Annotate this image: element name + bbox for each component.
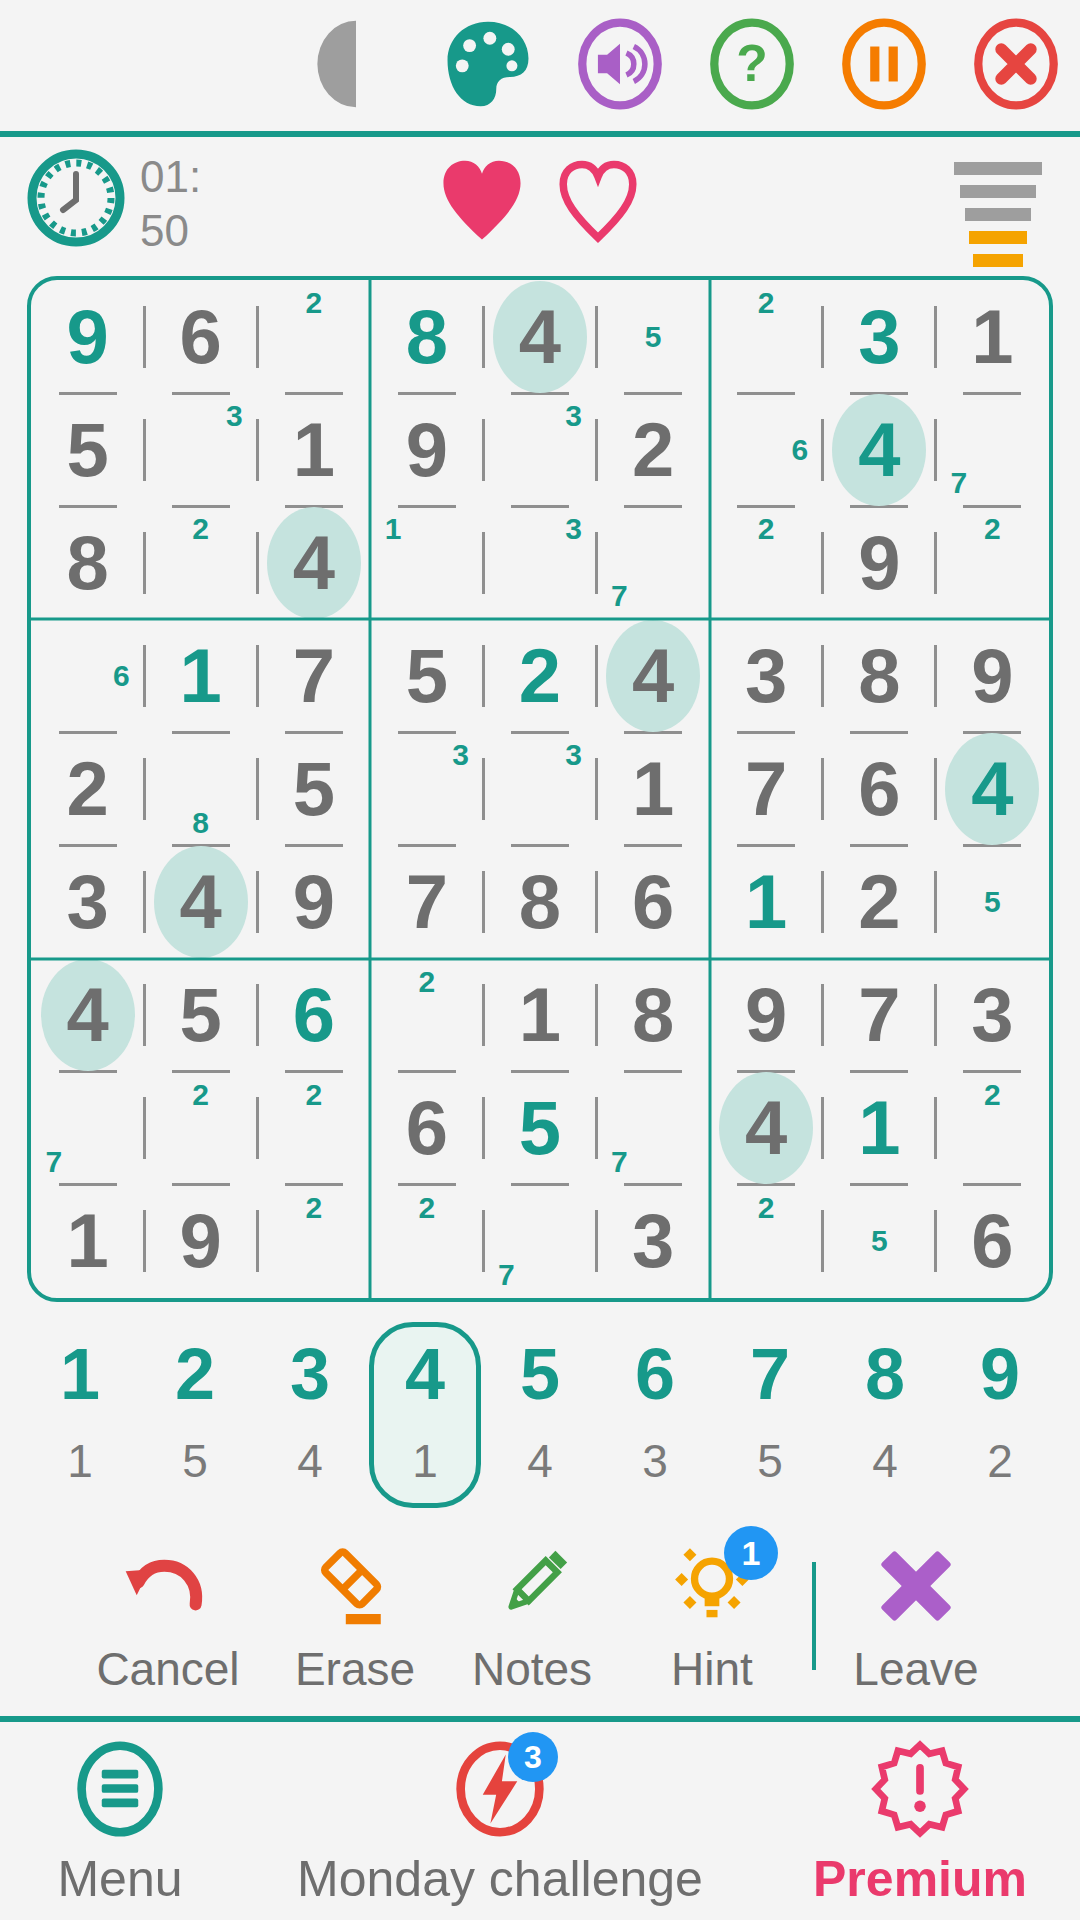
- note-digit: 2: [749, 512, 783, 546]
- pencil-notes: 5: [942, 852, 1043, 953]
- pencil-notes: 8: [150, 738, 251, 839]
- cell-r7c8[interactable]: 7: [823, 959, 936, 1072]
- cell-r3c4[interactable]: 1: [370, 506, 483, 619]
- cell-r2c3[interactable]: 1: [257, 393, 370, 506]
- keypad-digit-label: 8: [865, 1335, 905, 1413]
- note-digit: 2: [184, 1078, 218, 1112]
- sudoku-app-screen: ? 01:50: [0, 0, 1080, 1920]
- given-digit: 9: [180, 1203, 222, 1279]
- cell-r6c7[interactable]: 1: [710, 846, 823, 959]
- pencil-notes: 3: [489, 738, 590, 839]
- leave-label: Leave: [853, 1642, 978, 1696]
- keypad-digit-label: 3: [290, 1335, 330, 1413]
- cell-r8c7[interactable]: 4: [710, 1072, 823, 1185]
- erase-label: Erase: [295, 1642, 415, 1696]
- toolbar-divider: [812, 1562, 816, 1670]
- note-digit: 2: [749, 1191, 783, 1225]
- difficulty-bar: [954, 162, 1042, 175]
- note-digit: 2: [976, 512, 1010, 546]
- cell-r5c9[interactable]: 4: [936, 732, 1049, 845]
- menu-button[interactable]: Menu: [10, 1740, 230, 1908]
- cell-r3c3[interactable]: 4: [257, 506, 370, 619]
- cell-r3c9[interactable]: 2: [936, 506, 1049, 619]
- given-digit: 6: [180, 299, 222, 375]
- cell-r4c6[interactable]: 4: [597, 619, 710, 732]
- note-digit: 2: [749, 286, 783, 320]
- palette-icon: [442, 14, 534, 114]
- given-digit: 4: [66, 977, 108, 1053]
- difficulty-icon[interactable]: [954, 162, 1042, 277]
- given-digit: 7: [406, 864, 448, 940]
- sound-button[interactable]: [574, 14, 666, 114]
- cell-r7c3[interactable]: 6: [257, 959, 370, 1072]
- note-digit: 3: [557, 738, 591, 772]
- note-digit: 6: [783, 433, 817, 467]
- given-digit: 9: [971, 638, 1013, 714]
- cell-r1c5[interactable]: 4: [483, 280, 596, 393]
- cell-r4c1[interactable]: 6: [31, 619, 144, 732]
- cell-r4c8[interactable]: 8: [823, 619, 936, 732]
- cell-r6c3[interactable]: 9: [257, 846, 370, 959]
- cell-r7c9[interactable]: 3: [936, 959, 1049, 1072]
- cell-r7c1[interactable]: 4: [31, 959, 144, 1072]
- board-grid: 9628452315319326478241372926175243892853…: [31, 280, 1049, 1298]
- cell-r7c6[interactable]: 8: [597, 959, 710, 1072]
- given-digit: 3: [66, 864, 108, 940]
- note-digit: 3: [444, 738, 478, 772]
- given-digit: 6: [632, 864, 674, 940]
- note-digit: 2: [976, 1078, 1010, 1112]
- note-digit: 2: [410, 965, 444, 999]
- given-digit: 1: [66, 1203, 108, 1279]
- note-digit: 2: [297, 1191, 331, 1225]
- note-digit: 2: [410, 1191, 444, 1225]
- given-digit: 5: [406, 638, 448, 714]
- cell-r5c5[interactable]: 3: [483, 732, 596, 845]
- cell-r2c5[interactable]: 3: [483, 393, 596, 506]
- pencil-notes: 5: [603, 286, 704, 387]
- hint-button[interactable]: 1 Hint: [617, 1540, 807, 1696]
- notes-label: Notes: [472, 1642, 592, 1696]
- cell-r7c2[interactable]: 5: [144, 959, 257, 1072]
- cell-r2c2[interactable]: 3: [144, 393, 257, 506]
- cell-r2c7[interactable]: 6: [710, 393, 823, 506]
- leave-button[interactable]: Leave: [821, 1540, 1011, 1696]
- note-digit: 7: [489, 1258, 523, 1292]
- number-pad: 112534415463758492: [24, 1322, 1056, 1508]
- given-digit: 5: [180, 977, 222, 1053]
- keypad-digit-4[interactable]: 41: [369, 1322, 481, 1508]
- keypad-digit-label: 1: [60, 1335, 100, 1413]
- notes-button[interactable]: Notes: [437, 1540, 627, 1696]
- given-digit: 7: [745, 751, 787, 827]
- cell-r4c9[interactable]: 9: [936, 619, 1049, 732]
- challenge-label: Monday challenge: [297, 1850, 703, 1908]
- cell-r8c8[interactable]: 1: [823, 1072, 936, 1185]
- pencil-notes: 2: [716, 512, 817, 613]
- pencil-notes: 3: [489, 399, 590, 500]
- keypad-remaining-count: 4: [872, 1437, 898, 1485]
- cell-r3c1[interactable]: 8: [31, 506, 144, 619]
- given-digit: 7: [293, 638, 335, 714]
- keypad-digit-label: 7: [750, 1335, 790, 1413]
- note-digit: 1: [376, 512, 410, 546]
- note-digit: 2: [297, 1078, 331, 1112]
- difficulty-bar: [960, 185, 1036, 198]
- given-digit: 1: [632, 751, 674, 827]
- given-digit: 4: [745, 1090, 787, 1166]
- cell-r5c4[interactable]: 3: [370, 732, 483, 845]
- keypad-digit-9[interactable]: 92: [944, 1322, 1056, 1508]
- cell-r6c2[interactable]: 4: [144, 846, 257, 959]
- cell-r6c6[interactable]: 6: [597, 846, 710, 959]
- cell-r6c8[interactable]: 2: [823, 846, 936, 959]
- pencil-notes: 2: [716, 1191, 817, 1292]
- cell-r2c6[interactable]: 2: [597, 393, 710, 506]
- difficulty-bar: [973, 254, 1023, 267]
- box-border-horizontal: [31, 618, 1049, 621]
- x-icon: [870, 1540, 962, 1632]
- cell-r9c7[interactable]: 2: [710, 1185, 823, 1298]
- pencil-notes: 2: [942, 1078, 1043, 1179]
- pencil-notes: 1: [376, 512, 477, 613]
- pencil-notes: 2: [376, 965, 477, 1066]
- heart-outline-icon: [551, 150, 645, 258]
- keypad-digit-8[interactable]: 84: [829, 1322, 941, 1508]
- top-toolbar: ?: [310, 14, 1062, 114]
- menu-icon: [72, 1740, 168, 1838]
- cell-r6c1[interactable]: 3: [31, 846, 144, 959]
- given-digit: 4: [519, 299, 561, 375]
- top-divider: [0, 131, 1080, 137]
- menu-label: Menu: [57, 1850, 182, 1908]
- cell-r8c4[interactable]: 6: [370, 1072, 483, 1185]
- cell-r1c2[interactable]: 6: [144, 280, 257, 393]
- challenge-count-badge: 3: [508, 1732, 558, 1782]
- pencil-notes: 3: [376, 738, 477, 839]
- given-digit: 1: [293, 412, 335, 488]
- pencil-notes: 2: [263, 1078, 364, 1179]
- cell-r3c2[interactable]: 2: [144, 506, 257, 619]
- box-border-vertical: [369, 280, 372, 1298]
- cell-r5c8[interactable]: 6: [823, 732, 936, 845]
- help-button[interactable]: ?: [706, 14, 798, 114]
- pause-icon: [838, 14, 930, 114]
- entered-digit: 8: [406, 299, 448, 375]
- keypad-digit-3[interactable]: 34: [254, 1322, 366, 1508]
- cell-r1c1[interactable]: 9: [31, 280, 144, 393]
- cell-r6c9[interactable]: 5: [936, 846, 1049, 959]
- cell-r1c6[interactable]: 5: [597, 280, 710, 393]
- keypad-remaining-count: 2: [987, 1437, 1013, 1485]
- keypad-remaining-count: 1: [412, 1437, 438, 1485]
- cell-r1c9[interactable]: 1: [936, 280, 1049, 393]
- box-border-vertical: [708, 280, 711, 1298]
- given-digit: 6: [406, 1090, 448, 1166]
- given-digit: 4: [632, 638, 674, 714]
- clock-icon: [26, 148, 126, 248]
- cell-r5c6[interactable]: 1: [597, 732, 710, 845]
- cell-r4c3[interactable]: 7: [257, 619, 370, 732]
- pencil-notes: 7: [603, 512, 704, 613]
- premium-starburst-icon: [872, 1740, 968, 1838]
- note-digit: 2: [297, 286, 331, 320]
- cell-r3c6[interactable]: 7: [597, 506, 710, 619]
- keypad-digit-2[interactable]: 25: [139, 1322, 251, 1508]
- given-digit: 3: [971, 977, 1013, 1053]
- pencil-notes: 3: [150, 399, 251, 500]
- challenge-bolt-icon: 3: [452, 1740, 548, 1838]
- given-digit: 2: [858, 864, 900, 940]
- cell-r8c3[interactable]: 2: [257, 1072, 370, 1185]
- given-digit: 9: [406, 412, 448, 488]
- cell-r6c4[interactable]: 7: [370, 846, 483, 959]
- cell-r2c9[interactable]: 7: [936, 393, 1049, 506]
- note-digit: 2: [184, 512, 218, 546]
- note-digit: 7: [603, 579, 637, 613]
- cell-r9c6[interactable]: 3: [597, 1185, 710, 1298]
- entered-digit: 6: [293, 977, 335, 1053]
- timer: 01:50: [26, 148, 201, 258]
- note-digit: 5: [862, 1224, 896, 1258]
- given-digit: 9: [293, 864, 335, 940]
- difficulty-bar: [969, 231, 1027, 244]
- given-digit: 8: [66, 525, 108, 601]
- pencil-notes: 5: [829, 1191, 930, 1292]
- cell-r5c2[interactable]: 8: [144, 732, 257, 845]
- erase-button[interactable]: Erase: [260, 1540, 450, 1696]
- keypad-remaining-count: 5: [182, 1437, 208, 1485]
- cell-r5c3[interactable]: 5: [257, 732, 370, 845]
- hint-count-badge: 1: [724, 1526, 778, 1580]
- entered-digit: 1: [858, 1090, 900, 1166]
- keypad-remaining-count: 1: [67, 1437, 93, 1485]
- given-digit: 4: [293, 525, 335, 601]
- pencil-notes: 2: [263, 1191, 364, 1292]
- keypad-digit-6[interactable]: 63: [599, 1322, 711, 1508]
- pencil-notes: 6: [37, 625, 138, 726]
- hint-label: Hint: [671, 1642, 753, 1696]
- given-digit: 3: [745, 638, 787, 714]
- given-digit: 2: [632, 412, 674, 488]
- undo-icon: [122, 1540, 214, 1632]
- premium-button[interactable]: Premium: [790, 1740, 1050, 1908]
- keypad-remaining-count: 4: [297, 1437, 323, 1485]
- pencil-notes: 2: [942, 512, 1043, 613]
- keypad-digit-1[interactable]: 11: [24, 1322, 136, 1508]
- cell-r2c1[interactable]: 5: [31, 393, 144, 506]
- cell-r1c7[interactable]: 2: [710, 280, 823, 393]
- contrast-button[interactable]: [310, 14, 402, 114]
- pencil-notes: 2: [150, 1078, 251, 1179]
- bottom-divider: [0, 1716, 1080, 1722]
- given-digit: 1: [519, 977, 561, 1053]
- close-button[interactable]: [970, 14, 1062, 114]
- given-digit: 3: [632, 1203, 674, 1279]
- keypad-remaining-count: 3: [642, 1437, 668, 1485]
- palette-button[interactable]: [442, 14, 534, 114]
- keypad-digit-label: 9: [980, 1335, 1020, 1413]
- note-digit: 3: [218, 399, 252, 433]
- entered-digit: 3: [858, 299, 900, 375]
- pencil-notes: 7: [603, 1078, 704, 1179]
- daily-challenge-button[interactable]: 3 Monday challenge: [300, 1740, 700, 1908]
- keypad-digit-5[interactable]: 54: [484, 1322, 596, 1508]
- given-digit: 5: [293, 751, 335, 827]
- given-digit: 9: [858, 525, 900, 601]
- cell-r9c3[interactable]: 2: [257, 1185, 370, 1298]
- given-digit: 2: [66, 751, 108, 827]
- cell-r8c1[interactable]: 7: [31, 1072, 144, 1185]
- speaker-icon: [574, 14, 666, 114]
- keypad-digit-label: 4: [405, 1335, 445, 1413]
- sudoku-board: 9628452315319326478241372926175243892853…: [27, 276, 1053, 1302]
- cancel-label: Cancel: [96, 1642, 239, 1696]
- cell-r4c7[interactable]: 3: [710, 619, 823, 732]
- pencil-notes: 7: [942, 399, 1043, 500]
- given-digit: 8: [858, 638, 900, 714]
- box-border-horizontal: [31, 957, 1049, 960]
- cell-r9c9[interactable]: 6: [936, 1185, 1049, 1298]
- cell-r8c5[interactable]: 5: [483, 1072, 596, 1185]
- difficulty-bar: [965, 208, 1031, 221]
- eraser-icon: [309, 1540, 401, 1632]
- entered-digit: 1: [180, 638, 222, 714]
- cell-r5c7[interactable]: 7: [710, 732, 823, 845]
- entered-digit: 4: [858, 412, 900, 488]
- note-digit: 5: [636, 320, 670, 354]
- cell-r8c6[interactable]: 7: [597, 1072, 710, 1185]
- cell-r9c2[interactable]: 9: [144, 1185, 257, 1298]
- given-digit: 9: [745, 977, 787, 1053]
- heart-filled-icon: [435, 150, 529, 258]
- cell-r8c9[interactable]: 2: [936, 1072, 1049, 1185]
- note-digit: 3: [557, 399, 591, 433]
- cell-r7c4[interactable]: 2: [370, 959, 483, 1072]
- cell-r9c5[interactable]: 7: [483, 1185, 596, 1298]
- lightbulb-icon: 1: [666, 1540, 758, 1632]
- cell-r3c8[interactable]: 9: [823, 506, 936, 619]
- cell-r7c5[interactable]: 1: [483, 959, 596, 1072]
- keypad-remaining-count: 4: [527, 1437, 553, 1485]
- given-digit: 8: [519, 864, 561, 940]
- note-digit: 5: [976, 885, 1010, 919]
- cell-r1c3[interactable]: 2: [257, 280, 370, 393]
- note-digit: 6: [104, 659, 138, 693]
- cell-r8c2[interactable]: 2: [144, 1072, 257, 1185]
- entered-digit: 4: [971, 751, 1013, 827]
- cancel-button[interactable]: Cancel: [73, 1540, 263, 1696]
- cell-r6c5[interactable]: 8: [483, 846, 596, 959]
- given-digit: 7: [858, 977, 900, 1053]
- keypad-digit-label: 5: [520, 1335, 560, 1413]
- entered-digit: 1: [745, 864, 787, 940]
- note-digit: 7: [942, 466, 976, 500]
- cell-r1c8[interactable]: 3: [823, 280, 936, 393]
- pencil-notes: 6: [716, 399, 817, 500]
- premium-label: Premium: [813, 1850, 1027, 1908]
- cell-r9c1[interactable]: 1: [31, 1185, 144, 1298]
- entered-digit: 5: [519, 1090, 561, 1166]
- pencil-icon: [486, 1540, 578, 1632]
- note-digit: 7: [37, 1145, 71, 1179]
- cell-r2c8[interactable]: 4: [823, 393, 936, 506]
- cell-r2c4[interactable]: 9: [370, 393, 483, 506]
- pencil-notes: 7: [37, 1078, 138, 1179]
- cell-r3c7[interactable]: 2: [710, 506, 823, 619]
- pencil-notes: 2: [716, 286, 817, 387]
- close-icon: [970, 14, 1062, 114]
- cell-r7c7[interactable]: 9: [710, 959, 823, 1072]
- cell-r1c4[interactable]: 8: [370, 280, 483, 393]
- cell-r4c4[interactable]: 5: [370, 619, 483, 732]
- cell-r5c1[interactable]: 2: [31, 732, 144, 845]
- pencil-notes: 2: [376, 1191, 477, 1292]
- pencil-notes: 2: [263, 286, 364, 387]
- entered-digit: 2: [519, 638, 561, 714]
- keypad-remaining-count: 5: [757, 1437, 783, 1485]
- given-digit: 6: [858, 751, 900, 827]
- note-digit: 8: [184, 806, 218, 840]
- cell-r9c8[interactable]: 5: [823, 1185, 936, 1298]
- pause-button[interactable]: [838, 14, 930, 114]
- question-icon: ?: [706, 14, 798, 114]
- note-digit: 3: [557, 512, 591, 546]
- cell-r4c2[interactable]: 1: [144, 619, 257, 732]
- cell-r3c5[interactable]: 3: [483, 506, 596, 619]
- note-digit: 7: [603, 1145, 637, 1179]
- cell-r9c4[interactable]: 2: [370, 1185, 483, 1298]
- lives: [435, 150, 645, 258]
- pencil-notes: 2: [150, 512, 251, 613]
- svg-text:?: ?: [736, 34, 767, 92]
- given-digit: 6: [971, 1203, 1013, 1279]
- pencil-notes: 3: [489, 512, 590, 613]
- given-digit: 8: [632, 977, 674, 1053]
- entered-digit: 9: [66, 299, 108, 375]
- timer-value: 01:50: [140, 150, 201, 258]
- pencil-notes: 7: [489, 1191, 590, 1292]
- given-digit: 1: [971, 299, 1013, 375]
- contrast-icon: [310, 14, 402, 114]
- given-digit: 4: [180, 864, 222, 940]
- keypad-digit-label: 6: [635, 1335, 675, 1413]
- cell-r4c5[interactable]: 2: [483, 619, 596, 732]
- keypad-digit-7[interactable]: 75: [714, 1322, 826, 1508]
- given-digit: 5: [66, 412, 108, 488]
- keypad-digit-label: 2: [175, 1335, 215, 1413]
